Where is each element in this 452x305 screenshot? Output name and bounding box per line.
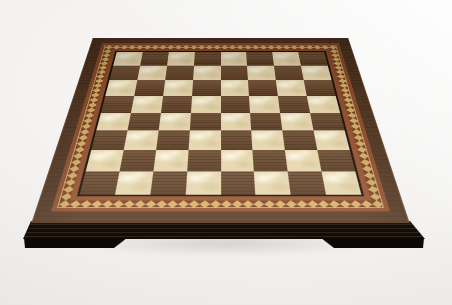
square-d1[interactable] bbox=[185, 172, 220, 195]
square-g7[interactable] bbox=[274, 66, 304, 81]
square-c8[interactable] bbox=[167, 52, 195, 66]
board-field-border bbox=[77, 51, 364, 196]
square-d4[interactable] bbox=[189, 113, 220, 131]
square-c6[interactable] bbox=[163, 80, 193, 96]
square-f1[interactable] bbox=[254, 172, 291, 195]
square-e8[interactable] bbox=[221, 52, 248, 66]
square-c7[interactable] bbox=[165, 66, 194, 81]
board-frame-walnut bbox=[31, 38, 409, 223]
square-g6[interactable] bbox=[276, 80, 307, 96]
square-c1[interactable] bbox=[150, 172, 187, 195]
square-b3[interactable] bbox=[124, 131, 159, 151]
board-frame-mahogany-outer bbox=[51, 43, 390, 211]
square-a8[interactable] bbox=[113, 52, 142, 66]
square-d7[interactable] bbox=[193, 66, 221, 81]
square-a2[interactable] bbox=[86, 150, 124, 171]
square-b5[interactable] bbox=[131, 96, 163, 113]
chess-board bbox=[31, 38, 409, 223]
square-a6[interactable] bbox=[105, 80, 137, 96]
square-f7[interactable] bbox=[247, 66, 276, 81]
square-g8[interactable] bbox=[272, 52, 301, 66]
square-e2[interactable] bbox=[221, 150, 255, 171]
square-b2[interactable] bbox=[119, 150, 155, 171]
square-h8[interactable] bbox=[298, 52, 327, 66]
square-c2[interactable] bbox=[153, 150, 188, 171]
square-a4[interactable] bbox=[96, 113, 131, 131]
square-b4[interactable] bbox=[127, 113, 160, 131]
square-a5[interactable] bbox=[101, 96, 134, 113]
square-b1[interactable] bbox=[115, 172, 153, 195]
square-g1[interactable] bbox=[288, 172, 326, 195]
square-f5[interactable] bbox=[249, 96, 280, 113]
product-photo-scene bbox=[0, 0, 452, 305]
board-frame-mahogany-inner bbox=[70, 49, 371, 201]
square-a1[interactable] bbox=[80, 172, 120, 195]
square-d3[interactable] bbox=[188, 131, 220, 151]
square-h3[interactable] bbox=[314, 131, 350, 151]
square-f4[interactable] bbox=[250, 113, 282, 131]
square-c4[interactable] bbox=[158, 113, 190, 131]
square-e3[interactable] bbox=[221, 131, 253, 151]
square-h2[interactable] bbox=[317, 150, 355, 171]
square-a7[interactable] bbox=[109, 66, 140, 81]
square-g4[interactable] bbox=[280, 113, 313, 131]
square-h5[interactable] bbox=[307, 96, 340, 113]
square-d2[interactable] bbox=[187, 150, 221, 171]
square-e6[interactable] bbox=[221, 80, 250, 96]
square-f2[interactable] bbox=[253, 150, 288, 171]
square-e1[interactable] bbox=[221, 172, 256, 195]
square-h4[interactable] bbox=[310, 113, 345, 131]
square-g3[interactable] bbox=[283, 131, 318, 151]
inlay-chain-band bbox=[57, 45, 384, 208]
square-g5[interactable] bbox=[278, 96, 310, 113]
board-field bbox=[80, 52, 362, 195]
square-c5[interactable] bbox=[161, 96, 192, 113]
square-h1[interactable] bbox=[322, 172, 362, 195]
square-e4[interactable] bbox=[221, 113, 252, 131]
square-e5[interactable] bbox=[221, 96, 251, 113]
square-f6[interactable] bbox=[248, 80, 278, 96]
square-d8[interactable] bbox=[194, 52, 221, 66]
square-b8[interactable] bbox=[140, 52, 169, 66]
square-a3[interactable] bbox=[91, 131, 127, 151]
square-b6[interactable] bbox=[134, 80, 165, 96]
square-h7[interactable] bbox=[301, 66, 332, 81]
square-f3[interactable] bbox=[252, 131, 286, 151]
square-g2[interactable] bbox=[285, 150, 321, 171]
square-b7[interactable] bbox=[137, 66, 167, 81]
square-e7[interactable] bbox=[221, 66, 249, 81]
square-h6[interactable] bbox=[304, 80, 336, 96]
square-c3[interactable] bbox=[156, 131, 190, 151]
square-d5[interactable] bbox=[191, 96, 221, 113]
square-f8[interactable] bbox=[246, 52, 274, 66]
square-d6[interactable] bbox=[192, 80, 221, 96]
